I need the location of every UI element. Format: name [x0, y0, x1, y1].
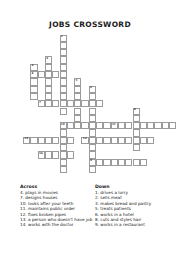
crossword-cell[interactable]: [60, 137, 67, 144]
crossword-cell[interactable]: [60, 108, 67, 115]
crossword-cell[interactable]: [154, 122, 161, 129]
crossword-cell[interactable]: [60, 166, 67, 173]
crossword-cell[interactable]: [133, 115, 140, 122]
crossword-cell[interactable]: [74, 100, 81, 107]
clue-number: 4: [32, 72, 34, 75]
crossword-cell[interactable]: [74, 122, 81, 129]
crossword-cell[interactable]: [96, 137, 103, 144]
crossword-cell[interactable]: [74, 115, 81, 122]
across-clues: Across 4. plays in movies7. designs hous…: [20, 184, 95, 228]
crossword-cell[interactable]: [162, 122, 169, 129]
crossword-cell[interactable]: [52, 137, 59, 144]
clue-item: 9. works in a restaurant: [95, 222, 170, 227]
crossword-cell[interactable]: 9: [89, 159, 96, 166]
clue-number: 6: [90, 86, 92, 89]
crossword-cell[interactable]: [67, 100, 74, 107]
crossword-cell[interactable]: [133, 122, 140, 129]
crossword-cell[interactable]: [38, 71, 45, 78]
clue-number: 8: [134, 108, 136, 111]
down-header: Down: [95, 184, 170, 189]
crossword-cell[interactable]: [30, 93, 37, 100]
across-header: Across: [20, 184, 95, 189]
crossword-cell[interactable]: 14: [38, 151, 45, 158]
clue-number: 1: [61, 35, 63, 38]
crossword-cell[interactable]: [89, 108, 96, 115]
crossword-cell[interactable]: [74, 86, 81, 93]
crossword-cell[interactable]: [60, 100, 67, 107]
clue-number: 13: [83, 137, 87, 140]
crossword-cell[interactable]: [96, 159, 103, 166]
crossword-cell[interactable]: 6: [89, 86, 96, 93]
crossword-cell[interactable]: [89, 115, 96, 122]
crossword-grid: 1234569781011121314: [0, 0, 180, 180]
crossword-cell[interactable]: [125, 122, 132, 129]
crossword-cell[interactable]: [103, 159, 110, 166]
crossword-cell[interactable]: [140, 159, 147, 166]
crossword-cell[interactable]: [60, 78, 67, 85]
clue-lists: Across 4. plays in movies7. designs hous…: [0, 184, 180, 228]
crossword-cell[interactable]: [140, 122, 147, 129]
crossword-cell[interactable]: [147, 122, 154, 129]
crossword-cell[interactable]: [60, 93, 67, 100]
crossword-cell[interactable]: [118, 137, 125, 144]
crossword-cell[interactable]: 1: [60, 35, 67, 42]
crossword-cell[interactable]: [60, 151, 67, 158]
crossword-cell[interactable]: [60, 56, 67, 63]
crossword-cell[interactable]: 4: [30, 71, 37, 78]
crossword-cell[interactable]: [45, 100, 52, 107]
crossword-cell[interactable]: [111, 159, 118, 166]
crossword-cell[interactable]: [133, 159, 140, 166]
crossword-cell[interactable]: [125, 137, 132, 144]
down-clues: Down 1. drives a lorry2. sells meat3. ma…: [95, 184, 170, 228]
crossword-cell[interactable]: [67, 151, 74, 158]
crossword-cell[interactable]: [89, 166, 96, 173]
clue-number: 5: [75, 79, 77, 82]
crossword-cell[interactable]: [60, 86, 67, 93]
crossword-cell[interactable]: [45, 71, 52, 78]
crossword-cell[interactable]: [89, 93, 96, 100]
crossword-cell[interactable]: [89, 122, 96, 129]
crossword-cell[interactable]: 5: [74, 78, 81, 85]
crossword-cell[interactable]: [60, 159, 67, 166]
crossword-cell[interactable]: [30, 78, 37, 85]
crossword-cell[interactable]: 12: [23, 137, 30, 144]
clue-number: 12: [24, 137, 28, 140]
crossword-cell[interactable]: [60, 144, 67, 151]
crossword-cell[interactable]: [45, 86, 52, 93]
crossword-cell[interactable]: [52, 151, 59, 158]
crossword-cell[interactable]: [67, 122, 74, 129]
clue-number: 7: [39, 101, 41, 104]
crossword-cell[interactable]: 3: [30, 64, 37, 71]
crossword-cell[interactable]: [118, 159, 125, 166]
crossword-cell[interactable]: [67, 137, 74, 144]
crossword-cell[interactable]: [133, 144, 140, 151]
crossword-cell[interactable]: [45, 93, 52, 100]
clue-number: 11: [112, 123, 116, 126]
crossword-cell[interactable]: [147, 137, 154, 144]
crossword-cell[interactable]: [30, 86, 37, 93]
crossword-cell[interactable]: [38, 137, 45, 144]
crossword-cell[interactable]: [140, 137, 147, 144]
clue-number: 3: [32, 64, 34, 67]
worksheet-page: JOBS CROSSWORD 1234569781011121314 Acros…: [0, 0, 180, 256]
crossword-cell[interactable]: [30, 137, 37, 144]
crossword-cell[interactable]: [45, 151, 52, 158]
crossword-cell[interactable]: 11: [111, 122, 118, 129]
crossword-cell[interactable]: [45, 78, 52, 85]
crossword-cell[interactable]: [60, 49, 67, 56]
crossword-cell[interactable]: [60, 64, 67, 71]
crossword-cell[interactable]: [96, 100, 103, 107]
crossword-cell[interactable]: [52, 100, 59, 107]
crossword-cell[interactable]: [89, 129, 96, 136]
crossword-cell[interactable]: [89, 100, 96, 107]
crossword-cell[interactable]: [103, 137, 110, 144]
clue-number: 9: [90, 159, 92, 162]
crossword-cell[interactable]: [60, 129, 67, 136]
crossword-cell[interactable]: [133, 129, 140, 136]
crossword-cell[interactable]: [81, 100, 88, 107]
crossword-cell[interactable]: [111, 137, 118, 144]
crossword-cell[interactable]: [74, 93, 81, 100]
crossword-cell[interactable]: [89, 144, 96, 151]
clue-number: 14: [39, 152, 43, 155]
crossword-cell[interactable]: [45, 64, 52, 71]
crossword-cell[interactable]: [169, 122, 176, 129]
crossword-cell[interactable]: [103, 122, 110, 129]
crossword-cell[interactable]: [125, 159, 132, 166]
crossword-cell[interactable]: [118, 122, 125, 129]
crossword-cell[interactable]: 10: [60, 122, 67, 129]
crossword-cell[interactable]: [96, 122, 103, 129]
crossword-cell[interactable]: 2: [45, 56, 52, 63]
crossword-cell[interactable]: 7: [38, 100, 45, 107]
crossword-cell[interactable]: [60, 42, 67, 49]
crossword-cell[interactable]: [89, 137, 96, 144]
crossword-cell[interactable]: [60, 71, 67, 78]
clue-number: 10: [61, 123, 65, 126]
crossword-cell[interactable]: [133, 137, 140, 144]
crossword-cell[interactable]: 13: [81, 137, 88, 144]
crossword-cell[interactable]: [45, 137, 52, 144]
clue-item: 14. works with the doctor: [20, 222, 95, 227]
crossword-cell[interactable]: 8: [133, 108, 140, 115]
crossword-cell[interactable]: [52, 71, 59, 78]
crossword-cell[interactable]: [81, 122, 88, 129]
crossword-cell[interactable]: [74, 108, 81, 115]
clue-number: 2: [46, 57, 48, 60]
